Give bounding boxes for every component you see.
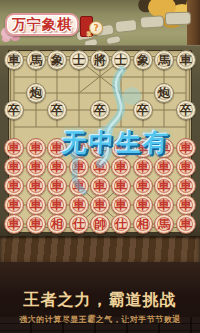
piece-r8c3[interactable]: 車 [69, 195, 89, 215]
piece-r8c0[interactable]: 車 [4, 195, 24, 215]
path-stone [105, 35, 121, 45]
piece-r0c5[interactable]: 士 [111, 50, 131, 70]
piece-r8c8[interactable]: 車 [176, 195, 196, 215]
piece-r9c6[interactable]: 相 [133, 214, 153, 234]
piece-r6c7[interactable]: 車 [154, 157, 174, 177]
piece-r0c1[interactable]: 馬 [26, 50, 46, 70]
help-button[interactable]: ? [89, 21, 103, 35]
piece-r0c0[interactable]: 車 [4, 50, 24, 70]
piece-r7c1[interactable]: 車 [26, 176, 46, 196]
piece-r7c0[interactable]: 車 [4, 176, 24, 196]
floor-planks [0, 317, 200, 333]
piece-r8c2[interactable]: 車 [47, 195, 67, 215]
piece-r7c3[interactable]: 車 [69, 176, 89, 196]
tree-trunk [187, 0, 200, 50]
piece-r7c5[interactable]: 車 [111, 176, 131, 196]
promo-panel: 王者之力，霸道挑战 强大的计算尽显王霸之气，让对手节节败退 [0, 262, 200, 333]
piece-r3c6[interactable]: 卒 [133, 100, 153, 120]
piece-r3c4[interactable]: 卒 [90, 100, 110, 120]
piece-r9c3[interactable]: 仕 [69, 214, 89, 234]
piece-r6c1[interactable]: 車 [26, 157, 46, 177]
piece-r7c4[interactable]: 車 [90, 176, 110, 196]
skill-banner-text: 无中生有 [0, 126, 200, 159]
game-logo-ribbon: 万宁象棋 [5, 13, 79, 36]
piece-r0c6[interactable]: 象 [133, 50, 153, 70]
piece-r2c7[interactable]: 炮 [154, 83, 174, 103]
piece-r0c3[interactable]: 士 [69, 50, 89, 70]
piece-r6c8[interactable]: 車 [176, 157, 196, 177]
piece-r9c8[interactable]: 車 [176, 214, 196, 234]
piece-r0c7[interactable]: 馬 [154, 50, 174, 70]
piece-r9c0[interactable]: 車 [4, 214, 24, 234]
piece-r0c2[interactable]: 象 [47, 50, 67, 70]
piece-r9c4[interactable]: 帥 [90, 214, 110, 234]
piece-r6c4[interactable]: 車 [90, 157, 110, 177]
piece-r6c0[interactable]: 車 [4, 157, 24, 177]
promo-title: 王者之力，霸道挑战 [24, 290, 177, 311]
piece-r6c2[interactable]: 車 [47, 157, 67, 177]
piece-r8c4[interactable]: 車 [90, 195, 110, 215]
piece-r6c6[interactable]: 車 [133, 157, 153, 177]
piece-r9c7[interactable]: 馬 [154, 214, 174, 234]
piece-r3c0[interactable]: 卒 [4, 100, 24, 120]
piece-r6c3[interactable]: 車 [69, 157, 89, 177]
piece-r2c1[interactable]: 炮 [26, 83, 46, 103]
path-stone [165, 12, 191, 26]
piece-r8c1[interactable]: 車 [26, 195, 46, 215]
game-logo-text: 万宁象棋 [12, 16, 72, 34]
piece-r9c5[interactable]: 仕 [111, 214, 131, 234]
piece-r3c8[interactable]: 卒 [176, 100, 196, 120]
piece-r8c6[interactable]: 車 [133, 195, 153, 215]
piece-r7c2[interactable]: 車 [47, 176, 67, 196]
piece-r8c5[interactable]: 車 [111, 195, 131, 215]
piece-r7c6[interactable]: 車 [133, 176, 153, 196]
piece-r0c4[interactable]: 將 [90, 50, 110, 70]
piece-r3c2[interactable]: 卒 [47, 100, 67, 120]
piece-r6c5[interactable]: 車 [111, 157, 131, 177]
path-stone [140, 15, 165, 29]
piece-r7c7[interactable]: 車 [154, 176, 174, 196]
path-stone [114, 19, 137, 33]
piece-r0c8[interactable]: 車 [176, 50, 196, 70]
header-scene: 万宁象棋 无敌版 ? [0, 0, 200, 48]
piece-r8c7[interactable]: 車 [154, 195, 174, 215]
piece-r9c2[interactable]: 相 [47, 214, 67, 234]
piece-r9c1[interactable]: 車 [26, 214, 46, 234]
piece-r7c8[interactable]: 車 [176, 176, 196, 196]
app-screen: 万宁象棋 无敌版 ? [0, 0, 200, 333]
